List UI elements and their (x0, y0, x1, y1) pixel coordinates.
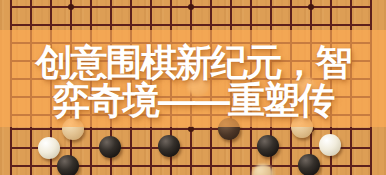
beige-stone[interactable] (252, 164, 274, 175)
banner-title: 创意围棋新纪元，智 弈奇境——重塑传 (0, 44, 386, 120)
black-stone[interactable] (57, 155, 79, 175)
black-stone[interactable] (298, 154, 320, 175)
banner-title-line1: 创意围棋新纪元，智 (0, 44, 386, 82)
black-stone[interactable] (158, 135, 180, 157)
black-stone[interactable] (99, 136, 121, 158)
black-stone[interactable] (257, 135, 279, 157)
white-stone[interactable] (38, 137, 60, 159)
white-stone[interactable] (319, 134, 341, 156)
go-promo-image: 创意围棋新纪元，智 弈奇境——重塑传 (0, 0, 386, 175)
banner-title-line2: 弈奇境——重塑传 (0, 82, 386, 120)
